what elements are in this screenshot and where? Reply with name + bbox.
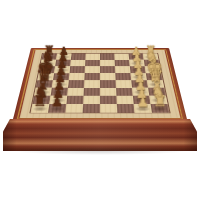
- piece-black-pawn[interactable]: ♟: [51, 96, 63, 109]
- chess-board: ♜♟♟♜♞♟♟♞♝♟♟♝♚♟♟♚♛♟♟♛♝♟♟♝♞♟♟♞♜♟♟♜: [12, 48, 187, 121]
- square-d4[interactable]: [100, 80, 116, 88]
- square-c4[interactable]: [100, 88, 116, 96]
- ground-shadow: [12, 147, 188, 155]
- square-a3[interactable]: [117, 104, 135, 113]
- board-scene: ♜♟♟♜♞♟♟♞♝♟♟♝♚♟♟♚♛♟♟♛♝♟♟♝♞♟♟♞♜♟♟♜: [0, 0, 200, 200]
- square-c3[interactable]: [116, 88, 133, 96]
- square-b6[interactable]: [66, 96, 83, 104]
- square-d6[interactable]: [68, 80, 84, 88]
- square-a5[interactable]: [83, 104, 100, 113]
- square-f6[interactable]: [69, 66, 85, 73]
- square-a7[interactable]: ♟: [48, 104, 66, 113]
- square-c5[interactable]: [84, 88, 100, 96]
- square-b5[interactable]: [83, 96, 100, 104]
- board-grid: ♜♟♟♜♞♟♟♞♝♟♟♝♚♟♟♚♛♟♟♛♝♟♟♝♞♟♟♞♜♟♟♜: [29, 53, 170, 113]
- square-d5[interactable]: [84, 80, 100, 88]
- square-e6[interactable]: [69, 73, 85, 80]
- chess-set-photo: ♜♟♟♜♞♟♟♞♝♟♟♝♚♟♟♚♛♟♟♛♝♟♟♝♞♟♟♞♜♟♟♜: [0, 0, 200, 200]
- square-f5[interactable]: [85, 66, 100, 73]
- square-a4[interactable]: [100, 104, 117, 113]
- square-a6[interactable]: [65, 104, 83, 113]
- square-e4[interactable]: [100, 73, 116, 80]
- square-a2[interactable]: ♟: [134, 104, 152, 113]
- square-b3[interactable]: [116, 96, 133, 104]
- square-b4[interactable]: [100, 96, 117, 104]
- piece-white-rook[interactable]: ♜: [153, 94, 167, 109]
- square-d3[interactable]: [116, 80, 132, 88]
- piece-white-pawn[interactable]: ♟: [137, 96, 149, 109]
- square-f3[interactable]: [115, 66, 131, 73]
- square-f4[interactable]: [100, 66, 115, 73]
- piece-black-rook[interactable]: ♜: [33, 94, 47, 109]
- square-e3[interactable]: [115, 73, 131, 80]
- square-e5[interactable]: [84, 73, 100, 80]
- square-a8[interactable]: ♜: [31, 104, 50, 113]
- square-a1[interactable]: ♜: [151, 104, 170, 113]
- square-c6[interactable]: [67, 88, 84, 96]
